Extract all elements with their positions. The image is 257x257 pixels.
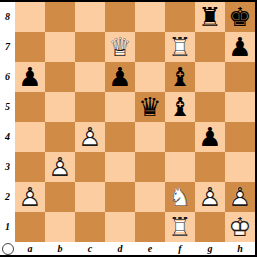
square-d1[interactable] <box>105 212 135 242</box>
piece-white-rook-f7[interactable]: ♜♖ <box>165 32 195 62</box>
bottom-row: abcdefgh <box>0 242 255 255</box>
rook-outline-layer: ♖ <box>165 32 195 62</box>
square-c8[interactable] <box>75 2 105 32</box>
piece-white-pawn-g2[interactable]: ♟♙ <box>195 182 225 212</box>
chess-diagram: 87654321 ♜♚♛♕♜♖♟♟♟♝♛♝♟♙♟♟♙♟♙♞♘♟♙♟♙♜♖♚♔ a… <box>0 0 257 257</box>
square-b5[interactable] <box>45 92 75 122</box>
white-to-move-indicator <box>2 243 14 255</box>
file-label-e: e <box>135 243 165 255</box>
square-a1[interactable] <box>15 212 45 242</box>
pawn-outline-layer: ♙ <box>15 182 45 212</box>
square-d3[interactable] <box>105 152 135 182</box>
square-e5[interactable]: ♛ <box>135 92 165 122</box>
square-h1[interactable]: ♚♔ <box>225 212 255 242</box>
piece-white-pawn-a2[interactable]: ♟♙ <box>15 182 45 212</box>
bishop-glyph: ♝ <box>165 92 195 122</box>
square-c7[interactable] <box>75 32 105 62</box>
piece-black-king-h8[interactable]: ♚ <box>225 2 255 32</box>
pawn-outline-layer: ♙ <box>225 182 255 212</box>
rank-labels: 87654321 <box>0 2 15 242</box>
square-b2[interactable] <box>45 182 75 212</box>
rank-label-5: 5 <box>0 92 15 122</box>
square-e6[interactable] <box>135 62 165 92</box>
square-h2[interactable]: ♟♙ <box>225 182 255 212</box>
file-label-h: h <box>225 243 255 255</box>
square-e4[interactable] <box>135 122 165 152</box>
rook-outline-layer: ♖ <box>165 212 195 242</box>
pawn-outline-layer: ♙ <box>195 182 225 212</box>
king-outline-layer: ♔ <box>225 212 255 242</box>
square-f5[interactable]: ♝ <box>165 92 195 122</box>
square-b4[interactable] <box>45 122 75 152</box>
square-a3[interactable] <box>15 152 45 182</box>
file-label-d: d <box>105 243 135 255</box>
rank-label-7: 7 <box>0 32 15 62</box>
square-e3[interactable] <box>135 152 165 182</box>
chess-board: ♜♚♛♕♜♖♟♟♟♝♛♝♟♙♟♟♙♟♙♞♘♟♙♟♙♜♖♚♔ <box>15 2 255 242</box>
piece-white-queen-d7[interactable]: ♛♕ <box>105 32 135 62</box>
file-labels: abcdefgh <box>15 243 255 255</box>
square-c5[interactable] <box>75 92 105 122</box>
pawn-glyph: ♟ <box>105 62 135 92</box>
piece-white-pawn-c4[interactable]: ♟♙ <box>75 122 105 152</box>
piece-black-pawn-a6[interactable]: ♟ <box>15 62 45 92</box>
square-f2[interactable]: ♞♘ <box>165 182 195 212</box>
square-h7[interactable]: ♟ <box>225 32 255 62</box>
square-c6[interactable] <box>75 62 105 92</box>
piece-black-bishop-f5[interactable]: ♝ <box>165 92 195 122</box>
piece-black-pawn-g4[interactable]: ♟ <box>195 122 225 152</box>
file-label-a: a <box>15 243 45 255</box>
square-g1[interactable] <box>195 212 225 242</box>
piece-white-king-h1[interactable]: ♚♔ <box>225 212 255 242</box>
rank-label-4: 4 <box>0 122 15 152</box>
file-label-c: c <box>75 243 105 255</box>
piece-black-rook-g8[interactable]: ♜ <box>195 2 225 32</box>
square-c1[interactable] <box>75 212 105 242</box>
rank-label-1: 1 <box>0 212 15 242</box>
square-f7[interactable]: ♜♖ <box>165 32 195 62</box>
square-a8[interactable] <box>15 2 45 32</box>
rank-label-8: 8 <box>0 2 15 32</box>
pawn-glyph: ♟ <box>195 122 225 152</box>
pawn-outline-layer: ♙ <box>45 152 75 182</box>
square-d7[interactable]: ♛♕ <box>105 32 135 62</box>
pawn-glyph: ♟ <box>225 32 255 62</box>
square-b1[interactable] <box>45 212 75 242</box>
file-label-f: f <box>165 243 195 255</box>
square-h6[interactable] <box>225 62 255 92</box>
rook-glyph: ♜ <box>195 2 225 32</box>
square-b7[interactable] <box>45 32 75 62</box>
file-label-g: g <box>195 243 225 255</box>
square-e7[interactable] <box>135 32 165 62</box>
square-e2[interactable] <box>135 182 165 212</box>
king-glyph: ♚ <box>225 2 255 32</box>
square-h5[interactable] <box>225 92 255 122</box>
rank-label-6: 6 <box>0 62 15 92</box>
turn-indicator-cell <box>0 242 15 255</box>
square-a4[interactable] <box>15 122 45 152</box>
square-h3[interactable] <box>225 152 255 182</box>
square-g5[interactable] <box>195 92 225 122</box>
square-c3[interactable] <box>75 152 105 182</box>
square-g7[interactable] <box>195 32 225 62</box>
square-f4[interactable] <box>165 122 195 152</box>
square-c2[interactable] <box>75 182 105 212</box>
piece-white-pawn-h2[interactable]: ♟♙ <box>225 182 255 212</box>
square-a5[interactable] <box>15 92 45 122</box>
square-f1[interactable]: ♜♖ <box>165 212 195 242</box>
queen-outline-layer: ♕ <box>105 32 135 62</box>
piece-white-pawn-b3[interactable]: ♟♙ <box>45 152 75 182</box>
piece-black-bishop-f6[interactable]: ♝ <box>165 62 195 92</box>
square-h8[interactable]: ♚ <box>225 2 255 32</box>
square-f6[interactable]: ♝ <box>165 62 195 92</box>
pawn-outline-layer: ♙ <box>75 122 105 152</box>
square-b6[interactable] <box>45 62 75 92</box>
square-f8[interactable] <box>165 2 195 32</box>
square-f3[interactable] <box>165 152 195 182</box>
square-e1[interactable] <box>135 212 165 242</box>
knight-outline-layer: ♘ <box>165 182 195 212</box>
rank-label-3: 3 <box>0 152 15 182</box>
piece-black-queen-e5[interactable]: ♛ <box>135 92 165 122</box>
square-d6[interactable]: ♟ <box>105 62 135 92</box>
square-g6[interactable] <box>195 62 225 92</box>
file-label-b: b <box>45 243 75 255</box>
rank-label-2: 2 <box>0 182 15 212</box>
square-g8[interactable]: ♜ <box>195 2 225 32</box>
square-d8[interactable] <box>105 2 135 32</box>
square-c4[interactable]: ♟♙ <box>75 122 105 152</box>
square-g3[interactable] <box>195 152 225 182</box>
square-d5[interactable] <box>105 92 135 122</box>
queen-glyph: ♛ <box>135 92 165 122</box>
square-b3[interactable]: ♟♙ <box>45 152 75 182</box>
square-a7[interactable] <box>15 32 45 62</box>
board-area: 87654321 ♜♚♛♕♜♖♟♟♟♝♛♝♟♙♟♟♙♟♙♞♘♟♙♟♙♜♖♚♔ <box>0 2 255 242</box>
square-b8[interactable] <box>45 2 75 32</box>
square-d2[interactable] <box>105 182 135 212</box>
square-e8[interactable] <box>135 2 165 32</box>
piece-white-knight-f2[interactable]: ♞♘ <box>165 182 195 212</box>
square-h4[interactable] <box>225 122 255 152</box>
piece-black-pawn-d6[interactable]: ♟ <box>105 62 135 92</box>
pawn-glyph: ♟ <box>15 62 45 92</box>
square-g4[interactable]: ♟ <box>195 122 225 152</box>
piece-white-rook-f1[interactable]: ♜♖ <box>165 212 195 242</box>
square-g2[interactable]: ♟♙ <box>195 182 225 212</box>
bishop-glyph: ♝ <box>165 62 195 92</box>
square-d4[interactable] <box>105 122 135 152</box>
piece-black-pawn-h7[interactable]: ♟ <box>225 32 255 62</box>
square-a2[interactable]: ♟♙ <box>15 182 45 212</box>
square-a6[interactable]: ♟ <box>15 62 45 92</box>
